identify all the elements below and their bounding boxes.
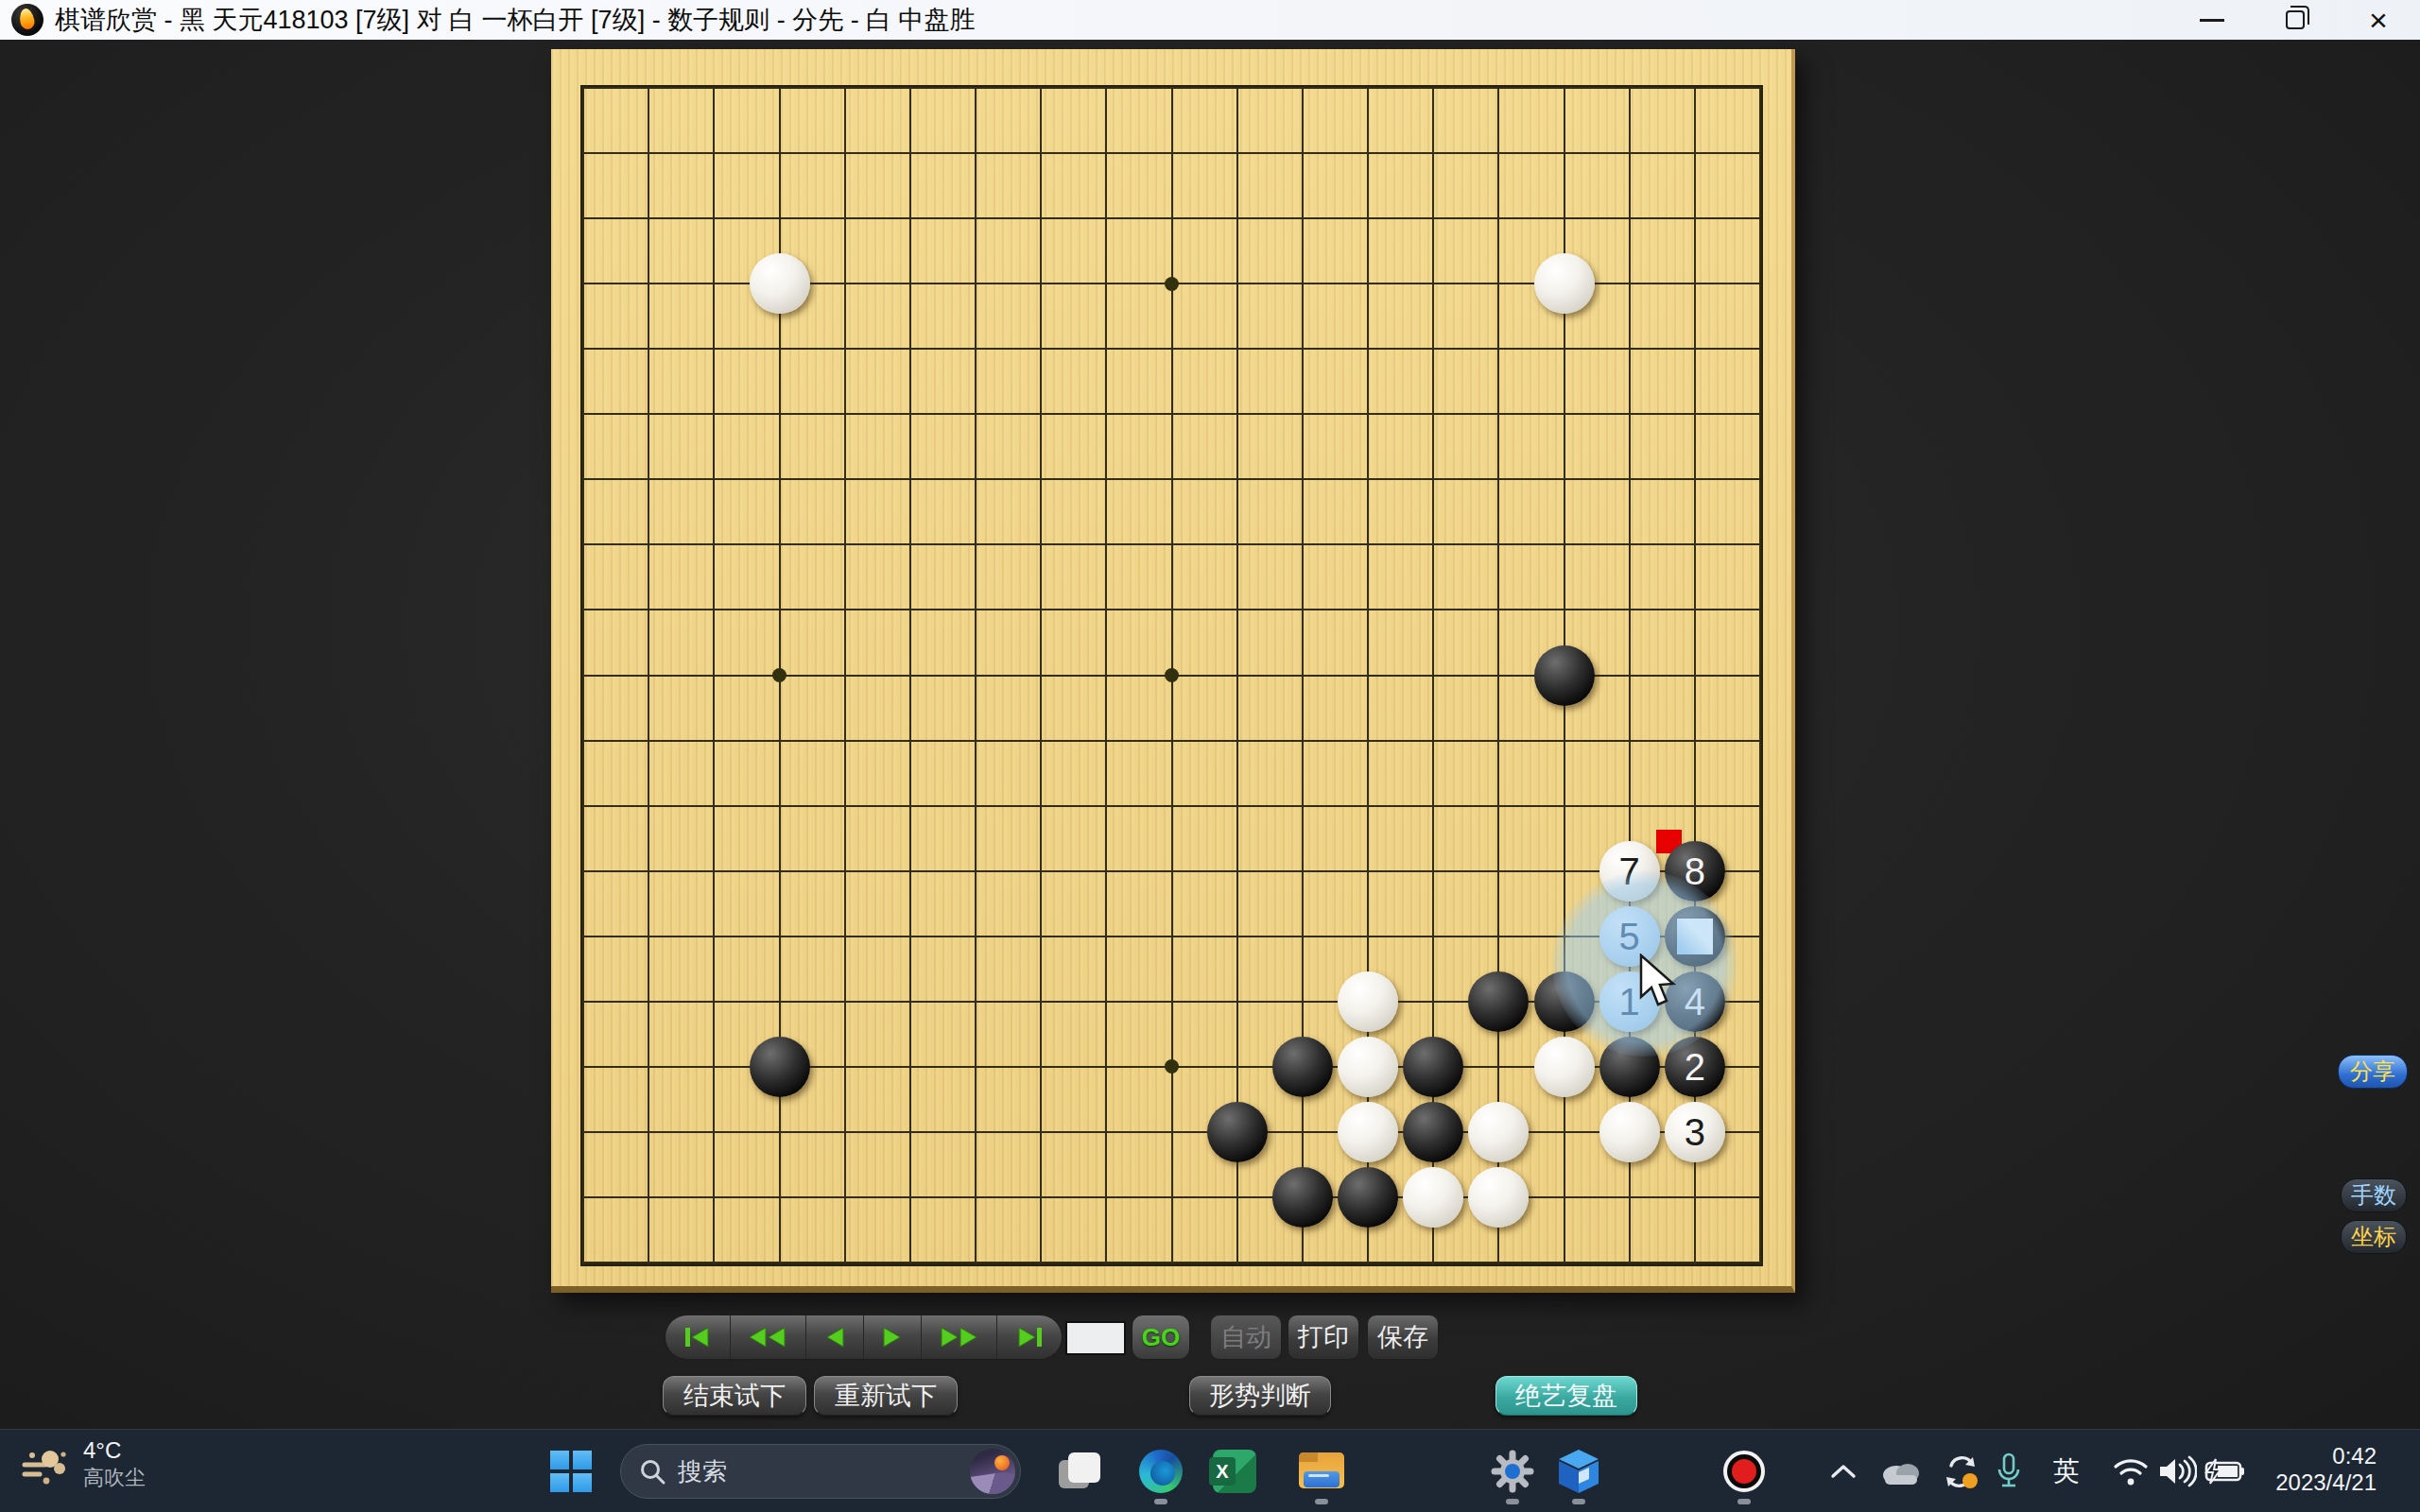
star-point (772, 668, 786, 682)
grid-line (582, 1196, 1761, 1198)
white-stone (1468, 1167, 1529, 1228)
close-button[interactable]: × (2337, 0, 2420, 40)
nav-last-button[interactable] (997, 1315, 1062, 1359)
move-numbers-button[interactable]: 手数 (2341, 1178, 2407, 1212)
white-stone (1403, 1167, 1463, 1228)
search-icon (638, 1457, 666, 1486)
nav-fast-forward-button[interactable] (922, 1315, 996, 1359)
black-stone (1272, 1037, 1333, 1097)
weather-widget[interactable]: 4°C 高吹尘 (21, 1437, 146, 1492)
white-stone (1534, 1037, 1595, 1097)
save-button[interactable]: 保存 (1367, 1314, 1439, 1360)
end-trial-button[interactable]: 结束试下 (663, 1376, 806, 1416)
search-box[interactable]: 搜索 (620, 1444, 1021, 1499)
white-stone (750, 253, 810, 314)
grid-line (582, 1262, 1761, 1263)
white-stone (1534, 253, 1595, 314)
sync-tray-button[interactable] (1934, 1435, 1987, 1507)
go-board[interactable]: 7851423 (551, 49, 1795, 1293)
black-stone (1338, 1167, 1398, 1228)
grid-line (1236, 87, 1238, 1264)
record-icon (1723, 1451, 1765, 1492)
nav-first-button[interactable] (665, 1315, 731, 1359)
edge-browser-button[interactable] (1134, 1435, 1187, 1507)
white-stone-move-3: 3 (1665, 1102, 1725, 1162)
bing-daily-image[interactable] (970, 1449, 1015, 1494)
print-button[interactable]: 打印 (1288, 1314, 1359, 1360)
white-stone (1338, 1102, 1398, 1162)
start-button[interactable] (544, 1435, 597, 1507)
black-stone (1403, 1102, 1463, 1162)
weather-condition: 高吹尘 (83, 1464, 146, 1492)
go-button[interactable]: GO (1132, 1314, 1190, 1360)
tray-chevron-button[interactable] (1817, 1435, 1870, 1507)
volume-tray-icon[interactable] (2157, 1435, 2197, 1507)
task-view-icon (1059, 1452, 1100, 1490)
app-background: 7851423 GO 自动 打印 保存 (0, 40, 2420, 1429)
grid-line (1497, 87, 1499, 1264)
nav-back-button[interactable] (806, 1315, 864, 1359)
blue-cube-icon (1557, 1448, 1600, 1495)
grid-line (582, 805, 1761, 807)
weather-temp: 4°C (83, 1437, 146, 1464)
black-stone (1403, 1037, 1463, 1097)
settings-button[interactable] (1486, 1435, 1539, 1507)
app-flame-icon (11, 4, 43, 36)
screen-recorder-button[interactable] (1718, 1435, 1771, 1507)
position-judge-button[interactable]: 形势判断 (1189, 1376, 1331, 1416)
white-stone (1599, 1102, 1660, 1162)
black-stone (1468, 971, 1529, 1032)
black-stone (1534, 645, 1595, 706)
onedrive-tray-button[interactable] (1874, 1435, 1927, 1507)
minimize-button[interactable] (2170, 0, 2254, 40)
settings-gear-icon (1491, 1450, 1534, 1493)
windows-logo-icon (550, 1451, 592, 1492)
tray-date: 2023/4/21 (2275, 1469, 2377, 1496)
wifi-tray-icon[interactable] (2112, 1435, 2150, 1507)
speaker-icon (2157, 1455, 2197, 1487)
nav-forward-button[interactable] (864, 1315, 922, 1359)
search-placeholder: 搜索 (678, 1455, 970, 1488)
star-point (1165, 277, 1179, 291)
excel-button[interactable]: X (1208, 1435, 1261, 1507)
blue-cube-app-button[interactable] (1552, 1435, 1605, 1507)
screen: { "window": { "title": "棋谱欣赏 - 黑 天元41810… (0, 0, 2420, 1512)
white-stone (1468, 1102, 1529, 1162)
restore-button[interactable] (2254, 0, 2337, 40)
wifi-icon (2112, 1455, 2150, 1487)
file-explorer-button[interactable] (1295, 1435, 1348, 1507)
titlebar: 棋谱欣赏 - 黑 天元418103 [7级] 对 白 一杯白开 [7级] - 数… (0, 0, 2420, 40)
taskbar: 4°C 高吹尘 搜索 (0, 1429, 2420, 1512)
black-stone (1272, 1167, 1333, 1228)
move-number-input[interactable] (1065, 1321, 1126, 1355)
restart-trial-button[interactable]: 重新试下 (814, 1376, 958, 1416)
battery-charging-icon (2203, 1457, 2246, 1486)
onedrive-cloud-icon (1877, 1456, 1923, 1486)
grid-line (582, 870, 1761, 872)
clock[interactable]: 0:42 2023/4/21 (2275, 1443, 2377, 1496)
grid-line (582, 740, 1761, 742)
share-button[interactable]: 分享 (2338, 1055, 2408, 1089)
ime-indicator[interactable]: 英 (2053, 1435, 2080, 1507)
blowing-dust-icon (21, 1440, 70, 1489)
white-stone (1338, 971, 1398, 1032)
star-point (1165, 668, 1179, 682)
excel-icon: X (1213, 1450, 1256, 1493)
white-stone (1338, 1037, 1398, 1097)
nav-fast-back-button[interactable] (731, 1315, 805, 1359)
transport-bar (665, 1314, 1063, 1360)
grid-line (582, 1131, 1761, 1133)
task-view-button[interactable] (1053, 1435, 1106, 1507)
microphone-icon (1996, 1452, 2021, 1490)
sync-icon (1942, 1452, 1979, 1490)
battery-tray-icon[interactable] (2203, 1435, 2246, 1507)
ai-review-button[interactable]: 绝艺复盘 (1495, 1376, 1637, 1416)
window-title: 棋谱欣赏 - 黑 天元418103 [7级] 对 白 一杯白开 [7级] - 数… (55, 3, 976, 37)
black-stone (750, 1037, 810, 1097)
chevron-up-icon (1830, 1463, 1857, 1480)
folder-icon (1299, 1452, 1344, 1490)
tray-time: 0:42 (2275, 1443, 2377, 1469)
auto-button: 自动 (1210, 1314, 1282, 1360)
edge-icon (1139, 1450, 1183, 1493)
grid-line (1759, 87, 1761, 1264)
mic-tray-icon[interactable] (1996, 1435, 2021, 1507)
coordinates-button[interactable]: 坐标 (2341, 1220, 2407, 1254)
black-stone (1207, 1102, 1268, 1162)
mouse-cursor (1638, 954, 1680, 1010)
